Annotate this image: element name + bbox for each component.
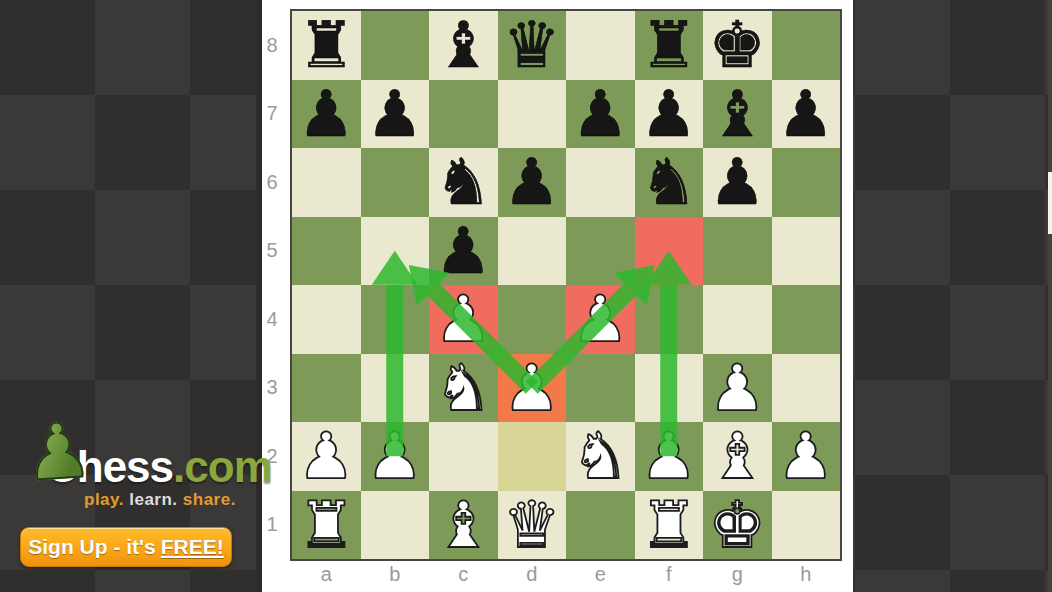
file-label-h: h — [772, 559, 841, 589]
square-d6[interactable]: ♟ — [498, 148, 567, 217]
square-a6[interactable] — [292, 148, 361, 217]
board-grid[interactable]: ♜♝♛♜♚♟♟♟♟♝♟♞♟♞♟♟♟♟♞♟♟♟♟♞♟♝♟♜♝♛♜♚ — [292, 11, 840, 559]
square-c1[interactable]: ♝ — [429, 491, 498, 560]
square-d2[interactable] — [498, 422, 567, 491]
square-c8[interactable]: ♝ — [429, 11, 498, 80]
screen-edge-artifact — [1048, 0, 1052, 592]
square-c4[interactable]: ♟ — [429, 285, 498, 354]
rank-label-6: 6 — [258, 148, 286, 217]
chesscom-pawn-icon: ♟ — [21, 412, 94, 493]
black-pawn-f7: ♟ — [640, 80, 697, 149]
rank-label-3: 3 — [258, 354, 286, 423]
square-c6[interactable]: ♞ — [429, 148, 498, 217]
square-f4[interactable] — [635, 285, 704, 354]
black-queen-d8: ♛ — [503, 11, 560, 80]
white-bishop-g2: ♝ — [709, 422, 766, 491]
square-c3[interactable]: ♞ — [429, 354, 498, 423]
square-b1[interactable] — [361, 491, 430, 560]
square-e8[interactable] — [566, 11, 635, 80]
black-pawn-a7: ♟ — [298, 80, 355, 149]
black-pawn-g6: ♟ — [709, 148, 766, 217]
file-labels: abcdefgh — [292, 559, 840, 589]
square-b6[interactable] — [361, 148, 430, 217]
square-h6[interactable] — [772, 148, 841, 217]
white-rook-a1: ♜ — [298, 491, 355, 560]
square-b2[interactable]: ♟ — [361, 422, 430, 491]
square-g1[interactable]: ♚ — [703, 491, 772, 560]
square-a5[interactable] — [292, 217, 361, 286]
square-b8[interactable] — [361, 11, 430, 80]
square-a8[interactable]: ♜ — [292, 11, 361, 80]
black-rook-f8: ♜ — [640, 11, 697, 80]
square-g6[interactable]: ♟ — [703, 148, 772, 217]
square-h1[interactable] — [772, 491, 841, 560]
white-knight-e2: ♞ — [572, 422, 629, 491]
square-e7[interactable]: ♟ — [566, 80, 635, 149]
file-label-b: b — [361, 559, 430, 589]
square-e1[interactable] — [566, 491, 635, 560]
square-e3[interactable] — [566, 354, 635, 423]
black-pawn-b7: ♟ — [366, 80, 423, 149]
square-f6[interactable]: ♞ — [635, 148, 704, 217]
square-f5[interactable] — [635, 217, 704, 286]
square-h5[interactable] — [772, 217, 841, 286]
rank-label-7: 7 — [258, 80, 286, 149]
black-pawn-d6: ♟ — [503, 148, 560, 217]
square-c2[interactable] — [429, 422, 498, 491]
chess-board[interactable]: ♜♝♛♜♚♟♟♟♟♝♟♞♟♞♟♟♟♟♞♟♟♟♟♞♟♝♟♜♝♛♜♚ — [290, 9, 842, 561]
square-f8[interactable]: ♜ — [635, 11, 704, 80]
white-pawn-h2: ♟ — [777, 422, 834, 491]
black-king-g8: ♚ — [709, 11, 766, 80]
black-bishop-g7: ♝ — [709, 80, 766, 149]
white-king-g1: ♚ — [709, 491, 766, 560]
black-knight-f6: ♞ — [640, 148, 697, 217]
file-label-g: g — [703, 559, 772, 589]
white-bishop-c1: ♝ — [435, 491, 492, 560]
white-knight-c3: ♞ — [435, 354, 492, 423]
square-c5[interactable]: ♟ — [429, 217, 498, 286]
file-label-a: a — [292, 559, 361, 589]
black-rook-a8: ♜ — [298, 11, 355, 80]
signup-free-label: FREE! — [161, 535, 224, 559]
black-bishop-c8: ♝ — [435, 11, 492, 80]
square-d7[interactable] — [498, 80, 567, 149]
square-h2[interactable]: ♟ — [772, 422, 841, 491]
signup-label: Sign Up - it's — [28, 535, 156, 559]
square-h8[interactable] — [772, 11, 841, 80]
white-pawn-a2: ♟ — [298, 422, 355, 491]
square-b4[interactable] — [361, 285, 430, 354]
rank-label-4: 4 — [258, 285, 286, 354]
file-label-d: d — [498, 559, 567, 589]
square-f7[interactable]: ♟ — [635, 80, 704, 149]
white-pawn-g3: ♟ — [709, 354, 766, 423]
black-pawn-e7: ♟ — [572, 80, 629, 149]
rank-label-8: 8 — [258, 11, 286, 80]
tagline-share: share. — [183, 490, 236, 509]
page: { "game": "chess", "site": { "brand_ches… — [0, 0, 1052, 592]
square-a1[interactable]: ♜ — [292, 491, 361, 560]
white-pawn-b2: ♟ — [366, 422, 423, 491]
square-g4[interactable] — [703, 285, 772, 354]
tagline-learn: learn. — [129, 490, 177, 509]
white-queen-d1: ♛ — [503, 491, 560, 560]
square-g5[interactable] — [703, 217, 772, 286]
black-pawn-h7: ♟ — [777, 80, 834, 149]
square-d5[interactable] — [498, 217, 567, 286]
square-g2[interactable]: ♝ — [703, 422, 772, 491]
white-pawn-c4: ♟ — [435, 285, 492, 354]
white-rook-f1: ♜ — [640, 491, 697, 560]
square-e4[interactable]: ♟ — [566, 285, 635, 354]
white-pawn-d3: ♟ — [503, 354, 560, 423]
square-d3[interactable]: ♟ — [498, 354, 567, 423]
square-h7[interactable]: ♟ — [772, 80, 841, 149]
square-e2[interactable]: ♞ — [566, 422, 635, 491]
square-b3[interactable] — [361, 354, 430, 423]
square-a4[interactable] — [292, 285, 361, 354]
chesscom-logo[interactable]: ♟ Chess.com play. learn. share. — [18, 418, 256, 514]
brand-dotcom: .com — [173, 442, 272, 491]
square-a3[interactable] — [292, 354, 361, 423]
black-knight-c6: ♞ — [435, 148, 492, 217]
square-a2[interactable]: ♟ — [292, 422, 361, 491]
square-d1[interactable]: ♛ — [498, 491, 567, 560]
white-pawn-e4: ♟ — [572, 285, 629, 354]
black-pawn-c5: ♟ — [435, 217, 492, 286]
square-h3[interactable] — [772, 354, 841, 423]
file-label-f: f — [635, 559, 704, 589]
rank-label-1: 1 — [258, 491, 286, 560]
square-f2[interactable]: ♟ — [635, 422, 704, 491]
signup-button[interactable]: Sign Up - it'sFREE! — [20, 527, 232, 567]
square-e6[interactable] — [566, 148, 635, 217]
square-g7[interactable]: ♝ — [703, 80, 772, 149]
square-f3[interactable] — [635, 354, 704, 423]
screen-edge-artifact-blob — [1048, 172, 1052, 234]
square-d4[interactable] — [498, 285, 567, 354]
square-g3[interactable]: ♟ — [703, 354, 772, 423]
white-pawn-f2: ♟ — [640, 422, 697, 491]
file-label-e: e — [566, 559, 635, 589]
square-e5[interactable] — [566, 217, 635, 286]
square-c7[interactable] — [429, 80, 498, 149]
square-f1[interactable]: ♜ — [635, 491, 704, 560]
square-a7[interactable]: ♟ — [292, 80, 361, 149]
square-b5[interactable] — [361, 217, 430, 286]
square-g8[interactable]: ♚ — [703, 11, 772, 80]
square-h4[interactable] — [772, 285, 841, 354]
rank-label-5: 5 — [258, 217, 286, 286]
file-label-c: c — [429, 559, 498, 589]
brand-tagline: play. learn. share. — [84, 490, 256, 510]
square-d8[interactable]: ♛ — [498, 11, 567, 80]
square-b7[interactable]: ♟ — [361, 80, 430, 149]
